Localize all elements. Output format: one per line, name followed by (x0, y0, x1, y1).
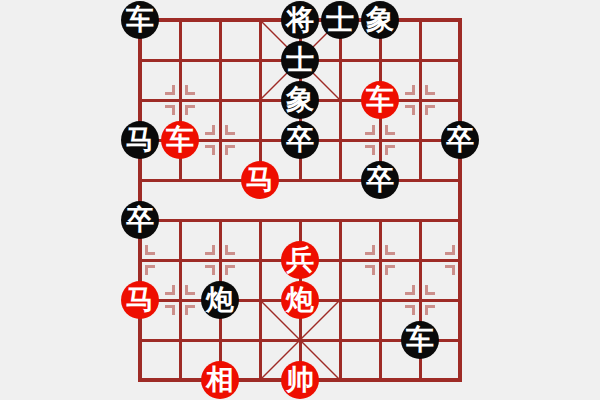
star-corner-tl (445, 245, 455, 255)
piece-black-general[interactable]: 将 (281, 1, 319, 39)
star-corner-br (225, 145, 235, 155)
piece-red-chariot[interactable]: 车 (161, 121, 199, 159)
star-corner-br (425, 305, 435, 315)
star-corner-tl (405, 85, 415, 95)
piece-red-elephant[interactable]: 相 (201, 361, 239, 399)
star-corner-bl (365, 145, 375, 155)
star-corner-bl (205, 145, 215, 155)
star-corner-bl (205, 265, 215, 275)
star-corner-tl (365, 245, 375, 255)
piece-red-horse[interactable]: 马 (121, 281, 159, 319)
star-corner-tr (185, 85, 195, 95)
piece-black-advisor[interactable]: 士 (281, 41, 319, 79)
piece-black-soldier[interactable]: 卒 (121, 201, 159, 239)
piece-red-general[interactable]: 帅 (281, 361, 319, 399)
star-corner-tr (225, 245, 235, 255)
piece-red-soldier[interactable]: 兵 (281, 241, 319, 279)
star-corner-bl (405, 105, 415, 115)
piece-black-soldier[interactable]: 卒 (361, 161, 399, 199)
piece-black-advisor[interactable]: 士 (321, 1, 359, 39)
star-corner-tr (185, 285, 195, 295)
piece-red-horse[interactable]: 马 (241, 161, 279, 199)
star-corner-tr (225, 125, 235, 135)
star-corner-br (225, 265, 235, 275)
piece-red-chariot[interactable]: 车 (361, 81, 399, 119)
piece-black-chariot[interactable]: 车 (401, 321, 439, 359)
star-corner-bl (445, 265, 455, 275)
star-corner-br (185, 305, 195, 315)
star-corner-br (385, 145, 395, 155)
piece-black-soldier[interactable]: 卒 (441, 121, 479, 159)
piece-red-cannon[interactable]: 炮 (281, 281, 319, 319)
screenshot-stage: 车将士象士象车马车卒卒马卒卒兵马炮炮车相帅 (0, 0, 600, 400)
star-corner-bl (165, 105, 175, 115)
star-corner-br (145, 265, 155, 275)
star-corner-tr (425, 285, 435, 295)
star-corner-tl (165, 85, 175, 95)
star-corner-tr (385, 125, 395, 135)
star-corner-br (185, 105, 195, 115)
star-corner-bl (405, 305, 415, 315)
piece-black-elephant[interactable]: 象 (281, 81, 319, 119)
star-corner-tl (405, 285, 415, 295)
piece-black-horse[interactable]: 马 (121, 121, 159, 159)
piece-black-soldier[interactable]: 卒 (281, 121, 319, 159)
piece-black-chariot[interactable]: 车 (121, 1, 159, 39)
star-corner-tl (205, 245, 215, 255)
piece-black-elephant[interactable]: 象 (361, 1, 399, 39)
star-corner-tl (205, 125, 215, 135)
piece-black-cannon[interactable]: 炮 (201, 281, 239, 319)
star-corner-br (385, 265, 395, 275)
star-corner-tr (145, 245, 155, 255)
star-corner-tr (425, 85, 435, 95)
star-corner-br (425, 105, 435, 115)
star-corner-tl (365, 125, 375, 135)
star-corner-tr (385, 245, 395, 255)
star-corner-bl (365, 265, 375, 275)
star-corner-tl (165, 285, 175, 295)
star-corner-bl (165, 305, 175, 315)
